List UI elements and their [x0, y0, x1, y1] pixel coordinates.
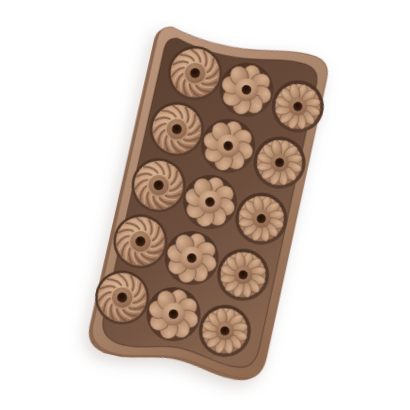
mold-tray-graphic	[80, 14, 340, 390]
photo-stage	[0, 0, 410, 410]
chocolate-mold-tray	[80, 14, 340, 390]
